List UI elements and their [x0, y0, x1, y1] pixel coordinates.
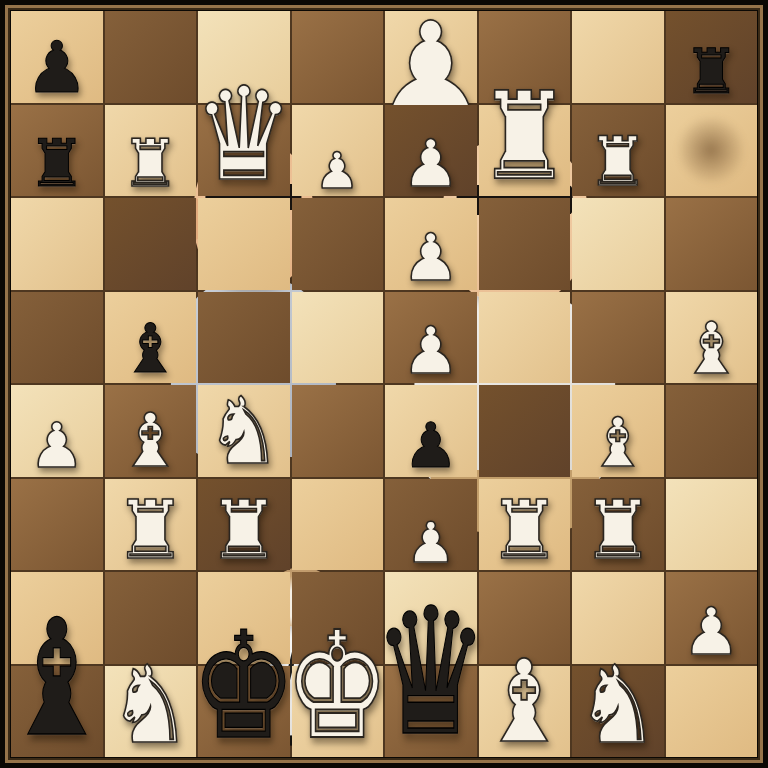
square-h7[interactable]: [666, 105, 758, 197]
square-f4[interactable]: [479, 385, 571, 477]
square-a7[interactable]: ♜: [11, 105, 103, 197]
square-c3[interactable]: ♜: [198, 479, 290, 571]
piece-white-pawn-e6[interactable]: ♟: [402, 227, 460, 289]
square-a8[interactable]: ♟: [11, 11, 103, 103]
chessboard-scene: ♟♟♜♜♜♛♟♟♜♜♟♝♟♝♟♝♞♟♝♜♜♟♜♜♟♝♞♚♚♛♝♞: [0, 0, 768, 768]
piece-white-pawn-e5[interactable]: ♟: [402, 320, 460, 382]
chess-board: ♟♟♜♜♜♛♟♟♜♜♟♝♟♝♟♝♞♟♝♜♜♟♜♜♟♝♞♚♚♛♝♞: [11, 11, 757, 757]
square-g4[interactable]: ♝: [572, 385, 664, 477]
square-d7[interactable]: ♟: [292, 105, 384, 197]
square-d5[interactable]: [292, 292, 384, 384]
piece-black-pawn-a8[interactable]: ♟: [25, 34, 89, 101]
square-c4[interactable]: ♞: [198, 385, 290, 477]
piece-white-pawn-e7[interactable]: ♟: [402, 133, 460, 195]
square-d6[interactable]: [292, 198, 384, 290]
square-g5[interactable]: [572, 292, 664, 384]
square-c5[interactable]: [198, 292, 290, 384]
square-a5[interactable]: [11, 292, 103, 384]
square-h4[interactable]: [666, 385, 758, 477]
square-h3[interactable]: [666, 479, 758, 571]
square-e7[interactable]: ♟: [385, 105, 477, 197]
square-h6[interactable]: [666, 198, 758, 290]
square-e5[interactable]: ♟: [385, 292, 477, 384]
piece-white-rook-g3[interactable]: ♜: [581, 492, 654, 569]
square-h8[interactable]: ♜: [666, 11, 758, 103]
square-g3[interactable]: ♜: [572, 479, 664, 571]
square-a3[interactable]: [11, 479, 103, 571]
shadow-smudge: [676, 115, 746, 185]
square-f3[interactable]: ♜: [479, 479, 571, 571]
square-h1[interactable]: [666, 666, 758, 758]
square-b6[interactable]: [105, 198, 197, 290]
square-f7[interactable]: ♜: [479, 105, 571, 197]
square-b5[interactable]: ♝: [105, 292, 197, 384]
piece-white-rook-b7[interactable]: ♜: [121, 133, 179, 195]
piece-black-bishop-b5[interactable]: ♝: [120, 317, 181, 382]
piece-black-pawn-e4[interactable]: ♟: [403, 417, 459, 476]
piece-white-rook-g7[interactable]: ♜: [587, 130, 648, 195]
piece-white-knight-c4[interactable]: ♞: [206, 388, 281, 476]
piece-white-rook-f3[interactable]: ♜: [488, 492, 561, 569]
piece-white-pawn-e3[interactable]: ♟: [406, 516, 456, 569]
piece-white-pawn-h2[interactable]: ♟: [682, 601, 740, 663]
square-g1[interactable]: ♞: [572, 666, 664, 758]
square-c1[interactable]: ♚: [198, 666, 290, 758]
piece-white-bishop-f1[interactable]: ♝: [480, 648, 569, 756]
square-d4[interactable]: [292, 385, 384, 477]
piece-black-rook-a7[interactable]: ♜: [28, 133, 86, 195]
square-b1[interactable]: ♞: [105, 666, 197, 758]
piece-white-pawn-d7[interactable]: ♟: [315, 148, 360, 196]
piece-white-bishop-b4[interactable]: ♝: [117, 405, 183, 475]
piece-black-queen-e1[interactable]: ♛: [372, 589, 489, 756]
piece-white-rook-f7[interactable]: ♜: [477, 80, 571, 195]
piece-white-bishop-g4[interactable]: ♝: [587, 411, 648, 476]
square-b7[interactable]: ♜: [105, 105, 197, 197]
square-e3[interactable]: ♟: [385, 479, 477, 571]
square-g8[interactable]: [572, 11, 664, 103]
square-b8[interactable]: [105, 11, 197, 103]
square-b3[interactable]: ♜: [105, 479, 197, 571]
piece-black-king-c1[interactable]: ♚: [191, 616, 297, 756]
square-d1[interactable]: ♚: [292, 666, 384, 758]
square-a1[interactable]: ♝: [11, 666, 103, 758]
piece-white-knight-g1[interactable]: ♞: [576, 654, 659, 756]
piece-white-knight-b1[interactable]: ♞: [109, 654, 192, 756]
square-f6[interactable]: [479, 198, 571, 290]
square-e1[interactable]: ♛: [385, 666, 477, 758]
square-d3[interactable]: [292, 479, 384, 571]
square-a4[interactable]: ♟: [11, 385, 103, 477]
square-f1[interactable]: ♝: [479, 666, 571, 758]
piece-black-rook-h8[interactable]: ♜: [683, 43, 739, 102]
square-f5[interactable]: [479, 292, 571, 384]
piece-white-queen-c7[interactable]: ♛: [194, 73, 294, 195]
piece-white-rook-b3[interactable]: ♜: [114, 492, 187, 569]
square-c6[interactable]: [198, 198, 290, 290]
square-e6[interactable]: ♟: [385, 198, 477, 290]
square-h2[interactable]: ♟: [666, 572, 758, 664]
piece-white-rook-c3[interactable]: ♜: [207, 492, 280, 569]
square-e4[interactable]: ♟: [385, 385, 477, 477]
square-e8[interactable]: ♟: [385, 11, 477, 103]
piece-black-bishop-a1[interactable]: ♝: [1, 603, 112, 756]
square-g6[interactable]: [572, 198, 664, 290]
square-h5[interactable]: ♝: [666, 292, 758, 384]
square-a6[interactable]: [11, 198, 103, 290]
square-c7[interactable]: ♛: [198, 105, 290, 197]
piece-white-bishop-h5[interactable]: ♝: [679, 315, 743, 382]
square-b4[interactable]: ♝: [105, 385, 197, 477]
piece-white-pawn-a4[interactable]: ♟: [29, 417, 85, 476]
square-g7[interactable]: ♜: [572, 105, 664, 197]
